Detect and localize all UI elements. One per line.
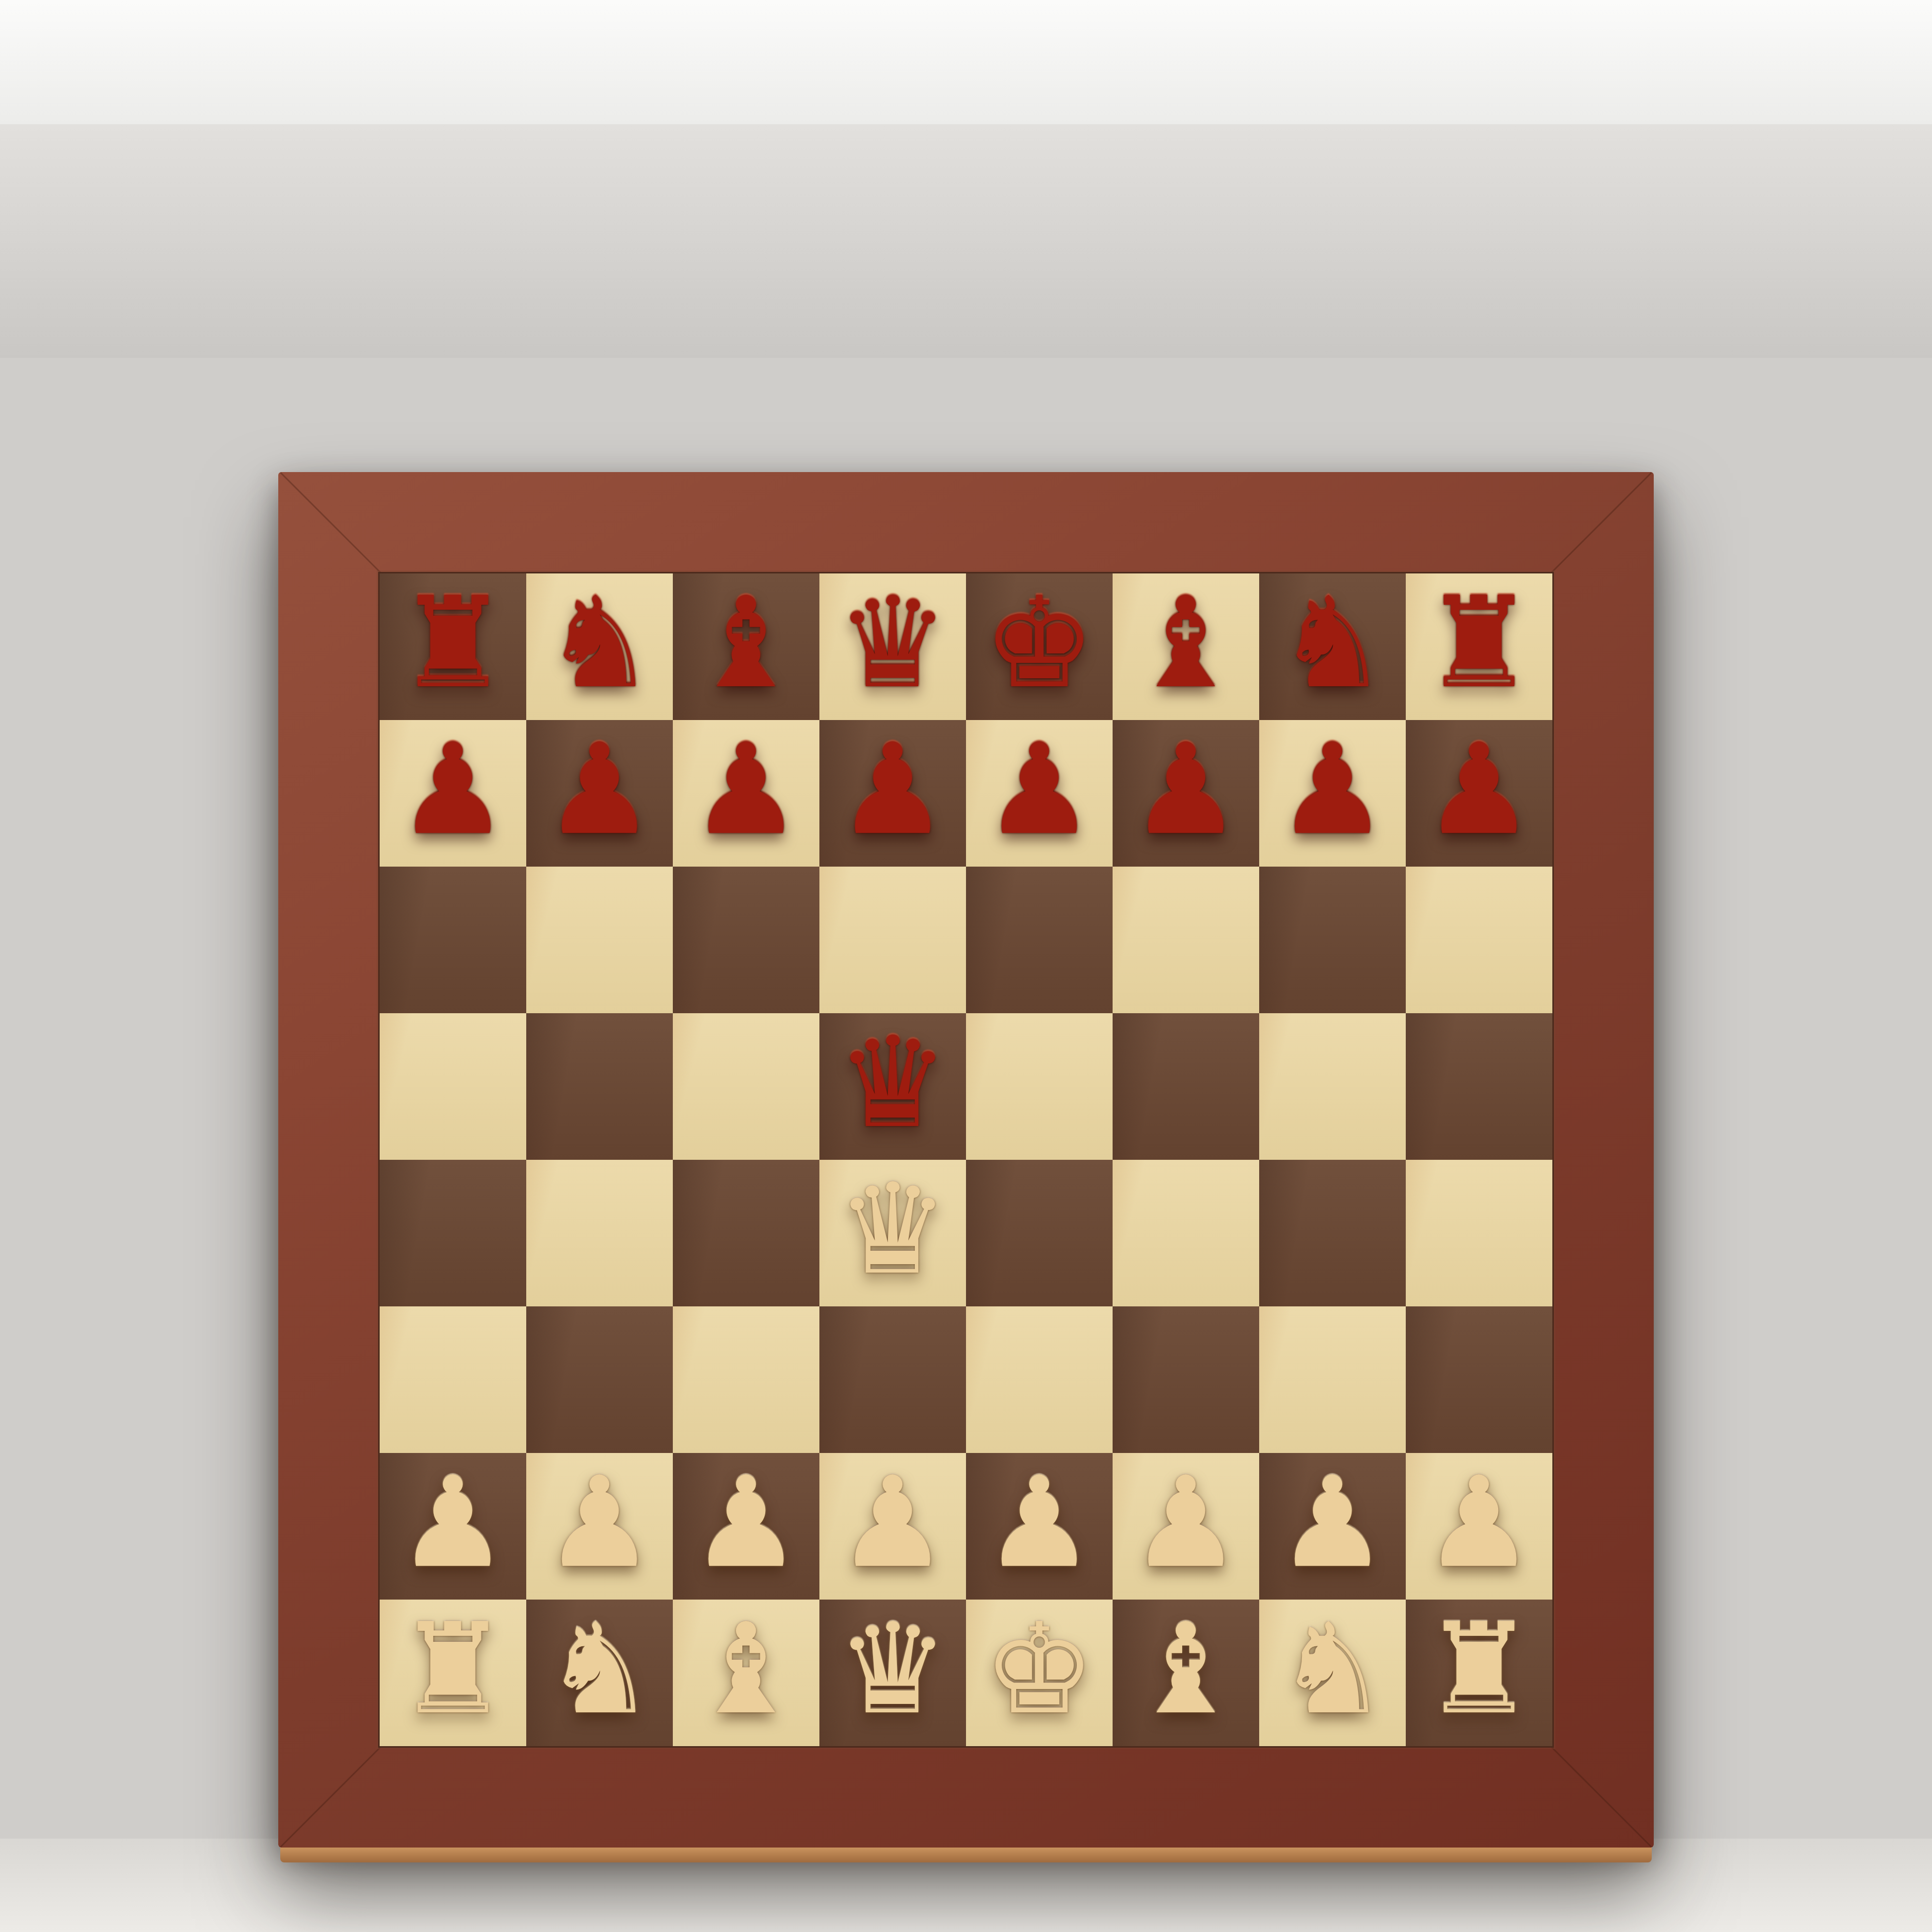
piece-white-knight-b1[interactable]: ♞ xyxy=(544,1607,656,1732)
piece-red-knight-b8[interactable]: ♞ xyxy=(544,580,656,706)
piece-red-queen-d8[interactable]: ♛ xyxy=(837,580,949,706)
square-a5[interactable] xyxy=(380,1013,526,1160)
piece-red-pawn-h7[interactable]: ♟ xyxy=(1423,727,1535,852)
piece-white-rook-h1[interactable]: ♜ xyxy=(1423,1607,1535,1732)
square-f4[interactable] xyxy=(1113,1160,1259,1306)
square-a8[interactable]: ♜ xyxy=(380,573,526,720)
square-c7[interactable]: ♟ xyxy=(673,720,819,867)
square-h6[interactable] xyxy=(1406,867,1552,1013)
piece-red-king-e8[interactable]: ♚ xyxy=(983,580,1096,706)
square-g8[interactable]: ♞ xyxy=(1259,573,1406,720)
square-e1[interactable]: ♚ xyxy=(966,1600,1113,1746)
piece-white-bishop-f1[interactable]: ♝ xyxy=(1130,1607,1242,1732)
square-d7[interactable]: ♟ xyxy=(819,720,966,867)
square-c6[interactable] xyxy=(673,867,819,1013)
board-playing-field: ♜♞♝♛♚♝♞♜♟♟♟♟♟♟♟♟♛♛♟♟♟♟♟♟♟♟♜♞♝♛♚♝♞♜ xyxy=(380,573,1552,1746)
background-wall xyxy=(0,124,1932,358)
piece-red-pawn-e7[interactable]: ♟ xyxy=(983,727,1096,852)
square-c3[interactable] xyxy=(673,1306,819,1453)
square-d4[interactable]: ♛ xyxy=(819,1160,966,1306)
square-h5[interactable] xyxy=(1406,1013,1552,1160)
square-f3[interactable] xyxy=(1113,1306,1259,1453)
piece-red-bishop-f8[interactable]: ♝ xyxy=(1130,580,1242,706)
piece-white-bishop-c1[interactable]: ♝ xyxy=(690,1607,803,1732)
square-f7[interactable]: ♟ xyxy=(1113,720,1259,867)
chess-board: ♜♞♝♛♚♝♞♜♟♟♟♟♟♟♟♟♛♛♟♟♟♟♟♟♟♟♜♞♝♛♚♝♞♜ xyxy=(278,472,1654,1848)
square-a2[interactable]: ♟ xyxy=(380,1453,526,1600)
piece-white-pawn-g2[interactable]: ♟ xyxy=(1277,1460,1389,1585)
square-b3[interactable] xyxy=(526,1306,673,1453)
piece-white-king-e1[interactable]: ♚ xyxy=(983,1607,1096,1732)
square-f1[interactable]: ♝ xyxy=(1113,1600,1259,1746)
square-b7[interactable]: ♟ xyxy=(526,720,673,867)
piece-white-pawn-a2[interactable]: ♟ xyxy=(397,1460,509,1585)
square-d2[interactable]: ♟ xyxy=(819,1453,966,1600)
square-c5[interactable] xyxy=(673,1013,819,1160)
square-h4[interactable] xyxy=(1406,1160,1552,1306)
square-d6[interactable] xyxy=(819,867,966,1013)
square-f8[interactable]: ♝ xyxy=(1113,573,1259,720)
piece-white-pawn-d2[interactable]: ♟ xyxy=(837,1460,949,1585)
square-a6[interactable] xyxy=(380,867,526,1013)
square-g3[interactable] xyxy=(1259,1306,1406,1453)
square-g4[interactable] xyxy=(1259,1160,1406,1306)
piece-red-extra-queen-d5[interactable]: ♛ xyxy=(837,1020,949,1145)
square-b1[interactable]: ♞ xyxy=(526,1600,673,1746)
square-g1[interactable]: ♞ xyxy=(1259,1600,1406,1746)
background-wall-highlight xyxy=(0,0,1932,124)
border-miter-joint xyxy=(1549,472,1652,575)
border-miter-joint xyxy=(1549,1745,1652,1848)
piece-white-extra-queen-d4[interactable]: ♛ xyxy=(837,1167,949,1292)
piece-white-pawn-h2[interactable]: ♟ xyxy=(1423,1460,1535,1585)
square-g5[interactable] xyxy=(1259,1013,1406,1160)
square-d8[interactable]: ♛ xyxy=(819,573,966,720)
square-h2[interactable]: ♟ xyxy=(1406,1453,1552,1600)
square-f6[interactable] xyxy=(1113,867,1259,1013)
square-g7[interactable]: ♟ xyxy=(1259,720,1406,867)
square-d3[interactable] xyxy=(819,1306,966,1453)
piece-red-pawn-g7[interactable]: ♟ xyxy=(1277,727,1389,852)
square-h8[interactable]: ♜ xyxy=(1406,573,1552,720)
square-e5[interactable] xyxy=(966,1013,1113,1160)
piece-red-rook-h8[interactable]: ♜ xyxy=(1423,580,1535,706)
square-a3[interactable] xyxy=(380,1306,526,1453)
piece-red-pawn-b7[interactable]: ♟ xyxy=(544,727,656,852)
square-a1[interactable]: ♜ xyxy=(380,1600,526,1746)
piece-white-pawn-f2[interactable]: ♟ xyxy=(1130,1460,1242,1585)
square-a7[interactable]: ♟ xyxy=(380,720,526,867)
square-e6[interactable] xyxy=(966,867,1113,1013)
piece-red-pawn-f7[interactable]: ♟ xyxy=(1130,727,1242,852)
piece-red-rook-a8[interactable]: ♜ xyxy=(397,580,509,706)
piece-white-pawn-b2[interactable]: ♟ xyxy=(544,1460,656,1585)
square-h3[interactable] xyxy=(1406,1306,1552,1453)
piece-red-pawn-d7[interactable]: ♟ xyxy=(837,727,949,852)
square-h1[interactable]: ♜ xyxy=(1406,1600,1552,1746)
square-g6[interactable] xyxy=(1259,867,1406,1013)
piece-red-knight-g8[interactable]: ♞ xyxy=(1277,580,1389,706)
border-miter-joint xyxy=(280,472,383,575)
square-b2[interactable]: ♟ xyxy=(526,1453,673,1600)
piece-white-queen-d1[interactable]: ♛ xyxy=(837,1607,949,1732)
square-d1[interactable]: ♛ xyxy=(819,1600,966,1746)
square-e8[interactable]: ♚ xyxy=(966,573,1113,720)
square-c8[interactable]: ♝ xyxy=(673,573,819,720)
square-b4[interactable] xyxy=(526,1160,673,1306)
piece-white-pawn-e2[interactable]: ♟ xyxy=(983,1460,1096,1585)
square-b5[interactable] xyxy=(526,1013,673,1160)
piece-red-pawn-c7[interactable]: ♟ xyxy=(690,727,803,852)
square-e3[interactable] xyxy=(966,1306,1113,1453)
square-h7[interactable]: ♟ xyxy=(1406,720,1552,867)
piece-white-rook-a1[interactable]: ♜ xyxy=(397,1607,509,1732)
piece-red-bishop-c8[interactable]: ♝ xyxy=(690,580,803,706)
square-e2[interactable]: ♟ xyxy=(966,1453,1113,1600)
border-miter-joint xyxy=(280,1745,383,1848)
square-b6[interactable] xyxy=(526,867,673,1013)
square-c2[interactable]: ♟ xyxy=(673,1453,819,1600)
square-e7[interactable]: ♟ xyxy=(966,720,1113,867)
piece-white-knight-g1[interactable]: ♞ xyxy=(1277,1607,1389,1732)
square-a4[interactable] xyxy=(380,1160,526,1306)
square-c1[interactable]: ♝ xyxy=(673,1600,819,1746)
square-b8[interactable]: ♞ xyxy=(526,573,673,720)
square-d5[interactable]: ♛ xyxy=(819,1013,966,1160)
square-g2[interactable]: ♟ xyxy=(1259,1453,1406,1600)
square-f5[interactable] xyxy=(1113,1013,1259,1160)
square-e4[interactable] xyxy=(966,1160,1113,1306)
square-c4[interactable] xyxy=(673,1160,819,1306)
square-f2[interactable]: ♟ xyxy=(1113,1453,1259,1600)
piece-white-pawn-c2[interactable]: ♟ xyxy=(690,1460,803,1585)
piece-red-pawn-a7[interactable]: ♟ xyxy=(397,727,509,852)
